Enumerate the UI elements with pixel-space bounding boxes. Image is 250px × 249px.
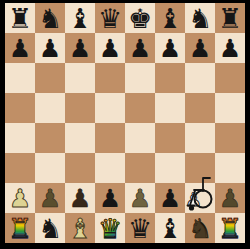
piece-black-pawn-d2[interactable]: ♟ (99, 186, 121, 211)
square-c6[interactable] (65, 63, 95, 93)
square-h1[interactable]: ♜ (215, 213, 245, 243)
square-a3[interactable] (5, 153, 35, 183)
square-f4[interactable] (155, 123, 185, 153)
square-f5[interactable] (155, 93, 185, 123)
piece-black-rook-h8[interactable]: ♜ (218, 5, 242, 32)
square-a8[interactable]: ♜ (5, 3, 35, 33)
chessboard-frame: ♜♞♝♛♚♝♞♜♟♟♟♟♟♟♟♟♟♟♟♟♟♟♟♟♜♞♝♛♛♝♞♜ (0, 0, 250, 249)
square-f7[interactable]: ♟ (155, 33, 185, 63)
piece-black-queen-e1[interactable]: ♛ (128, 215, 152, 242)
piece-black-knight-g8[interactable]: ♞ (188, 5, 212, 32)
piece-black-pawn-e7[interactable]: ♟ (129, 36, 151, 61)
square-d5[interactable] (95, 93, 125, 123)
square-f8[interactable]: ♝ (155, 3, 185, 33)
piece-rainbow-rook-a1[interactable]: ♜ (8, 215, 32, 242)
square-h5[interactable] (215, 93, 245, 123)
square-f2[interactable]: ♟ (155, 183, 185, 213)
square-e5[interactable] (125, 93, 155, 123)
square-e8[interactable]: ♚ (125, 3, 155, 33)
chess-board[interactable]: ♜♞♝♛♚♝♞♜♟♟♟♟♟♟♟♟♟♟♟♟♟♟♟♟♜♞♝♛♛♝♞♜ (5, 3, 245, 243)
square-h4[interactable] (215, 123, 245, 153)
square-d2[interactable]: ♟ (95, 183, 125, 213)
square-c8[interactable]: ♝ (65, 3, 95, 33)
square-c1[interactable]: ♝ (65, 213, 95, 243)
square-c5[interactable] (65, 93, 95, 123)
square-g7[interactable]: ♟ (185, 33, 215, 63)
piece-light-olive-pawn-e2[interactable]: ♟ (129, 186, 151, 211)
square-c2[interactable]: ♟ (65, 183, 95, 213)
square-b5[interactable] (35, 93, 65, 123)
piece-black-queen-d8[interactable]: ♛ (98, 5, 122, 32)
piece-black-knight-b1[interactable]: ♞ (38, 215, 62, 242)
square-e3[interactable] (125, 153, 155, 183)
square-d3[interactable] (95, 153, 125, 183)
square-d1[interactable]: ♛ (95, 213, 125, 243)
square-a4[interactable] (5, 123, 35, 153)
square-d8[interactable]: ♛ (95, 3, 125, 33)
square-c7[interactable]: ♟ (65, 33, 95, 63)
square-a7[interactable]: ♟ (5, 33, 35, 63)
square-h2[interactable]: ♟ (215, 183, 245, 213)
square-a6[interactable] (5, 63, 35, 93)
piece-black-king-e8[interactable]: ♚ (128, 5, 152, 32)
piece-white-wheelchair-pawn-g2[interactable]: ♟ (185, 183, 215, 213)
piece-rainbow-rook-h1[interactable]: ♜ (218, 215, 242, 242)
square-b3[interactable] (35, 153, 65, 183)
piece-black-pawn-b7[interactable]: ♟ (39, 36, 61, 61)
square-e4[interactable] (125, 123, 155, 153)
piece-pale-yellow-pawn-a2[interactable]: ♟ (9, 186, 31, 211)
square-b8[interactable]: ♞ (35, 3, 65, 33)
square-h7[interactable]: ♟ (215, 33, 245, 63)
square-b2[interactable]: ♟ (35, 183, 65, 213)
square-g4[interactable] (185, 123, 215, 153)
piece-black-bishop-c8[interactable]: ♝ (68, 5, 92, 32)
square-d6[interactable] (95, 63, 125, 93)
square-g8[interactable]: ♞ (185, 3, 215, 33)
piece-dark-olive-pawn-h2[interactable]: ♟ (219, 186, 241, 211)
piece-black-rook-a8[interactable]: ♜ (8, 5, 32, 32)
square-b7[interactable]: ♟ (35, 33, 65, 63)
piece-black-pawn-g7[interactable]: ♟ (189, 36, 211, 61)
piece-black-pawn-c7[interactable]: ♟ (69, 36, 91, 61)
piece-pale-yellow-bishop-c1[interactable]: ♝ (68, 215, 92, 242)
piece-rainbow-queen-d1[interactable]: ♛ (98, 215, 122, 242)
square-g5[interactable] (185, 93, 215, 123)
square-g2[interactable]: ♟ (185, 183, 215, 213)
square-e1[interactable]: ♛ (125, 213, 155, 243)
wheelchair-icon (186, 175, 214, 213)
square-b1[interactable]: ♞ (35, 213, 65, 243)
piece-black-pawn-h7[interactable]: ♟ (219, 36, 241, 61)
piece-black-bishop-f1[interactable]: ♝ (158, 215, 182, 242)
square-g1[interactable]: ♞ (185, 213, 215, 243)
piece-brown-olive-knight-g1[interactable]: ♞ (188, 215, 212, 242)
square-b4[interactable] (35, 123, 65, 153)
square-a2[interactable]: ♟ (5, 183, 35, 213)
square-e2[interactable]: ♟ (125, 183, 155, 213)
square-f1[interactable]: ♝ (155, 213, 185, 243)
square-d4[interactable] (95, 123, 125, 153)
square-e6[interactable] (125, 63, 155, 93)
square-d7[interactable]: ♟ (95, 33, 125, 63)
square-h3[interactable] (215, 153, 245, 183)
piece-olive-brown-pawn-b2[interactable]: ♟ (39, 186, 61, 211)
square-e7[interactable]: ♟ (125, 33, 155, 63)
square-h8[interactable]: ♜ (215, 3, 245, 33)
piece-dark-brown-pawn-c2[interactable]: ♟ (69, 186, 91, 211)
piece-black-pawn-d7[interactable]: ♟ (99, 36, 121, 61)
square-h6[interactable] (215, 63, 245, 93)
piece-black-knight-b8[interactable]: ♞ (38, 5, 62, 32)
piece-black-pawn-a7[interactable]: ♟ (9, 36, 31, 61)
piece-black-pawn-f2[interactable]: ♟ (159, 186, 181, 211)
square-c4[interactable] (65, 123, 95, 153)
piece-black-pawn-f7[interactable]: ♟ (159, 36, 181, 61)
square-a1[interactable]: ♜ (5, 213, 35, 243)
square-a5[interactable] (5, 93, 35, 123)
square-b6[interactable] (35, 63, 65, 93)
square-f3[interactable] (155, 153, 185, 183)
square-c3[interactable] (65, 153, 95, 183)
square-g6[interactable] (185, 63, 215, 93)
square-f6[interactable] (155, 63, 185, 93)
piece-black-bishop-f8[interactable]: ♝ (158, 5, 182, 32)
